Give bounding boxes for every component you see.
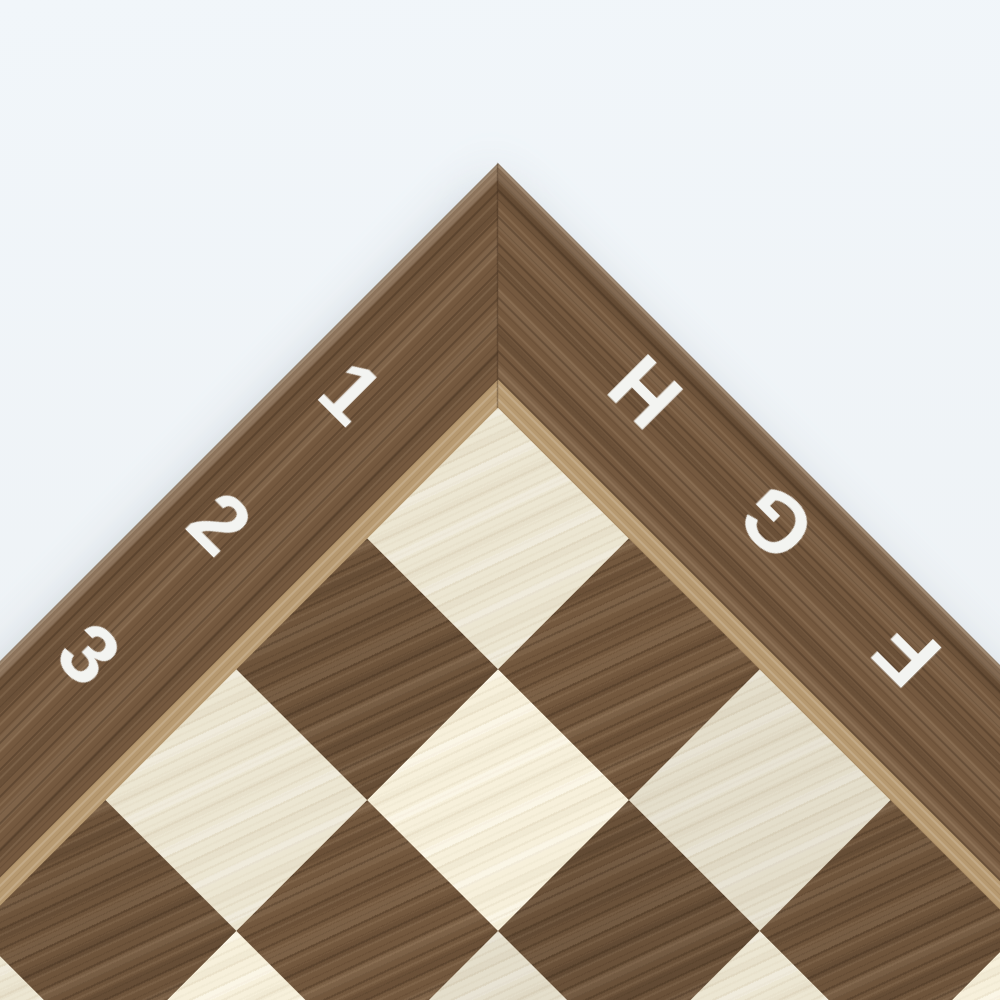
photo-backdrop: HGFEDCBA 12345678 xyxy=(0,0,1000,1000)
frame-miter-joint xyxy=(497,163,498,408)
chess-board: HGFEDCBA 12345678 xyxy=(0,163,1000,1000)
